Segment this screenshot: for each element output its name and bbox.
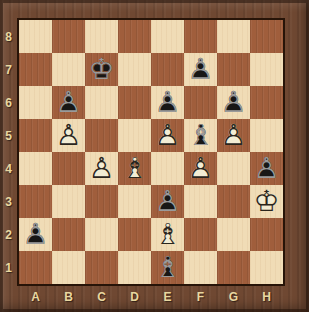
square-h2[interactable]	[250, 218, 283, 251]
rank-label-4: 4	[0, 152, 17, 185]
square-h8[interactable]	[250, 20, 283, 53]
square-d8[interactable]	[118, 20, 151, 53]
piece-black-pawn: ♟♙	[19, 218, 52, 251]
square-a5[interactable]	[19, 119, 52, 152]
square-g8[interactable]	[217, 20, 250, 53]
file-label-b: B	[52, 287, 85, 307]
square-b4[interactable]	[52, 152, 85, 185]
square-g5[interactable]: ♟♙	[217, 119, 250, 152]
piece-glyph-outline: ♔	[250, 185, 283, 218]
square-g1[interactable]	[217, 251, 250, 284]
piece-glyph-outline: ♙	[250, 152, 283, 185]
square-c1[interactable]	[85, 251, 118, 284]
piece-glyph-outline: ♙	[52, 86, 85, 119]
square-d6[interactable]	[118, 86, 151, 119]
square-d2[interactable]	[118, 218, 151, 251]
square-c3[interactable]	[85, 185, 118, 218]
square-f4[interactable]: ♟♙	[184, 152, 217, 185]
square-b7[interactable]	[52, 53, 85, 86]
piece-black-bishop: ♝♗	[151, 251, 184, 284]
square-e5[interactable]: ♟♙	[151, 119, 184, 152]
square-a4[interactable]	[19, 152, 52, 185]
chess-board: ♚♔♟♙♟♙♟♙♟♙♟♙♟♙♝♗♟♙♟♙♝♗♟♙♟♙♟♙♚♔♟♙♝♗♝♗	[19, 20, 283, 284]
square-d3[interactable]	[118, 185, 151, 218]
piece-glyph-outline: ♗	[151, 251, 184, 284]
piece-white-bishop: ♝♗	[151, 218, 184, 251]
piece-black-pawn: ♟♙	[151, 86, 184, 119]
rank-label-8: 8	[0, 20, 17, 53]
piece-glyph-outline: ♙	[151, 119, 184, 152]
file-label-c: C	[85, 287, 118, 307]
rank-label-6: 6	[0, 86, 17, 119]
file-label-g: G	[217, 287, 250, 307]
rank-label-3: 3	[0, 185, 17, 218]
square-f6[interactable]	[184, 86, 217, 119]
rank-label-1: 1	[0, 251, 17, 284]
square-c8[interactable]	[85, 20, 118, 53]
square-e6[interactable]: ♟♙	[151, 86, 184, 119]
square-d1[interactable]	[118, 251, 151, 284]
piece-black-bishop: ♝♗	[184, 119, 217, 152]
square-b1[interactable]	[52, 251, 85, 284]
piece-glyph-outline: ♙	[184, 53, 217, 86]
square-f1[interactable]	[184, 251, 217, 284]
square-g3[interactable]	[217, 185, 250, 218]
piece-glyph-outline: ♗	[184, 119, 217, 152]
file-label-e: E	[151, 287, 184, 307]
piece-glyph-outline: ♙	[217, 119, 250, 152]
square-b3[interactable]	[52, 185, 85, 218]
square-g2[interactable]	[217, 218, 250, 251]
piece-white-bishop: ♝♗	[118, 152, 151, 185]
piece-black-pawn: ♟♙	[151, 185, 184, 218]
square-h3[interactable]: ♚♔	[250, 185, 283, 218]
square-h6[interactable]	[250, 86, 283, 119]
square-h5[interactable]	[250, 119, 283, 152]
square-e4[interactable]	[151, 152, 184, 185]
square-d7[interactable]	[118, 53, 151, 86]
file-labels: ABCDEFGH	[19, 287, 283, 307]
square-d4[interactable]: ♝♗	[118, 152, 151, 185]
square-a7[interactable]	[19, 53, 52, 86]
square-f7[interactable]: ♟♙	[184, 53, 217, 86]
piece-white-pawn: ♟♙	[52, 119, 85, 152]
square-d5[interactable]	[118, 119, 151, 152]
square-a1[interactable]	[19, 251, 52, 284]
piece-white-king: ♚♔	[250, 185, 283, 218]
file-label-d: D	[118, 287, 151, 307]
square-b8[interactable]	[52, 20, 85, 53]
piece-glyph-outline: ♙	[19, 218, 52, 251]
square-e3[interactable]: ♟♙	[151, 185, 184, 218]
square-c4[interactable]: ♟♙	[85, 152, 118, 185]
piece-glyph-outline: ♙	[52, 119, 85, 152]
file-label-h: H	[250, 287, 283, 307]
piece-white-pawn: ♟♙	[184, 152, 217, 185]
square-f5[interactable]: ♝♗	[184, 119, 217, 152]
square-h7[interactable]	[250, 53, 283, 86]
square-h4[interactable]: ♟♙	[250, 152, 283, 185]
piece-black-pawn: ♟♙	[52, 86, 85, 119]
piece-black-king: ♚♔	[85, 53, 118, 86]
square-a2[interactable]: ♟♙	[19, 218, 52, 251]
rank-label-7: 7	[0, 53, 17, 86]
square-f2[interactable]	[184, 218, 217, 251]
square-b5[interactable]: ♟♙	[52, 119, 85, 152]
piece-glyph-outline: ♙	[85, 152, 118, 185]
square-g6[interactable]: ♟♙	[217, 86, 250, 119]
square-c6[interactable]	[85, 86, 118, 119]
square-a6[interactable]	[19, 86, 52, 119]
piece-glyph-outline: ♗	[118, 152, 151, 185]
piece-glyph-outline: ♙	[151, 86, 184, 119]
square-e8[interactable]	[151, 20, 184, 53]
square-e7[interactable]	[151, 53, 184, 86]
square-g7[interactable]	[217, 53, 250, 86]
piece-black-pawn: ♟♙	[184, 53, 217, 86]
square-c7[interactable]: ♚♔	[85, 53, 118, 86]
square-h1[interactable]	[250, 251, 283, 284]
piece-glyph-outline: ♔	[85, 53, 118, 86]
piece-glyph-outline: ♗	[151, 218, 184, 251]
board-frame: 87654321 ♚♔♟♙♟♙♟♙♟♙♟♙♟♙♝♗♟♙♟♙♝♗♟♙♟♙♟♙♚♔♟…	[0, 0, 309, 312]
piece-white-pawn: ♟♙	[217, 119, 250, 152]
square-c5[interactable]	[85, 119, 118, 152]
square-a3[interactable]	[19, 185, 52, 218]
file-label-a: A	[19, 287, 52, 307]
rank-label-2: 2	[0, 218, 17, 251]
piece-glyph-outline: ♙	[184, 152, 217, 185]
file-label-f: F	[184, 287, 217, 307]
square-b6[interactable]: ♟♙	[52, 86, 85, 119]
rank-label-5: 5	[0, 119, 17, 152]
square-a8[interactable]	[19, 20, 52, 53]
square-e1[interactable]: ♝♗	[151, 251, 184, 284]
square-e2[interactable]: ♝♗	[151, 218, 184, 251]
square-c2[interactable]	[85, 218, 118, 251]
rank-labels: 87654321	[0, 20, 17, 284]
piece-black-pawn: ♟♙	[217, 86, 250, 119]
piece-black-pawn: ♟♙	[250, 152, 283, 185]
piece-glyph-outline: ♙	[217, 86, 250, 119]
piece-glyph-outline: ♙	[151, 185, 184, 218]
board-border: ♚♔♟♙♟♙♟♙♟♙♟♙♟♙♝♗♟♙♟♙♝♗♟♙♟♙♟♙♚♔♟♙♝♗♝♗	[17, 18, 285, 286]
square-f8[interactable]	[184, 20, 217, 53]
piece-white-pawn: ♟♙	[85, 152, 118, 185]
square-f3[interactable]	[184, 185, 217, 218]
square-g4[interactable]	[217, 152, 250, 185]
square-b2[interactable]	[52, 218, 85, 251]
piece-white-pawn: ♟♙	[151, 119, 184, 152]
